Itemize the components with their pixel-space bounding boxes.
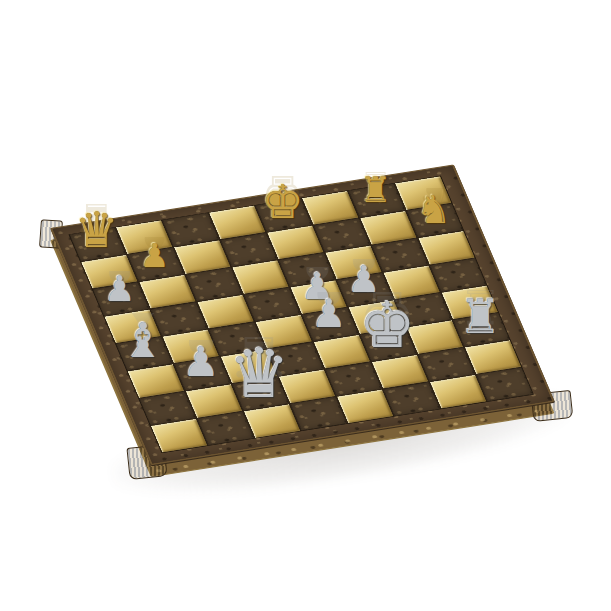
piece-gold-knight-h7[interactable]: ♞	[416, 190, 451, 229]
piece-silver-pawn-a6[interactable]: ♟	[104, 272, 135, 307]
square-e1[interactable]	[337, 390, 393, 423]
square-b1[interactable]	[198, 412, 254, 445]
piece-gold-king-e8[interactable]: ♚	[261, 178, 303, 225]
piece-silver-pawn-b3[interactable]: ♟	[183, 342, 220, 383]
piece-silver-king-f3[interactable]: ♚	[359, 294, 415, 357]
square-g1[interactable]	[430, 375, 486, 408]
piece-silver-bishop-a4[interactable]: ♝	[122, 316, 165, 364]
square-a1[interactable]	[151, 419, 207, 452]
piece-silver-pawn-e4[interactable]: ♟	[312, 294, 347, 333]
piece-silver-rook-h3[interactable]: ♜	[459, 293, 501, 340]
square-f1[interactable]	[384, 382, 440, 415]
square-h1[interactable]	[477, 368, 533, 401]
piece-gold-pawn-b7[interactable]: ♟	[140, 239, 170, 272]
square-d1[interactable]	[291, 397, 347, 430]
piece-silver-queen-c2[interactable]: ♛	[229, 340, 290, 408]
piece-gold-queen-a8[interactable]: ♛	[75, 206, 119, 255]
product-photo-stage: ♛♛♚♚♜♜♟♟♞♞♟♟♝♝♟♟♟♟♟♟♟♟♚♚♜♜♛♛	[0, 0, 611, 611]
piece-gold-rook-g8[interactable]: ♜	[360, 173, 391, 208]
